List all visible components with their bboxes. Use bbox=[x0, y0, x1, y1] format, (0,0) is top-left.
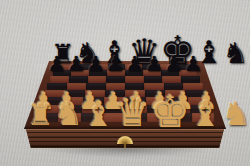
brass-clasp-pin bbox=[124, 144, 126, 148]
square-g6 bbox=[162, 76, 181, 83]
square-h6 bbox=[181, 76, 200, 83]
black-pawn-b7: ♟ bbox=[67, 54, 87, 75]
white-king-e1: ♚ bbox=[150, 89, 190, 133]
black-pawn-h7: ♟ bbox=[184, 54, 204, 75]
black-pawn-a7: ♟ bbox=[47, 54, 67, 75]
white-queen-d1: ♛ bbox=[114, 92, 150, 132]
white-knight-b1: ♞ bbox=[54, 98, 83, 131]
white-bishop-f1: ♝ bbox=[190, 96, 221, 131]
white-bishop-c1: ♝ bbox=[83, 96, 114, 131]
board-rank-6 bbox=[50, 76, 199, 83]
square-b6 bbox=[69, 76, 88, 83]
black-pawn-c7: ♟ bbox=[86, 54, 106, 75]
black-knight-g8: ♞ bbox=[223, 39, 249, 68]
white-rook-a1: ♜ bbox=[27, 100, 54, 130]
black-pawn-rank-row: ♟♟♟♟♟♟♟♟ bbox=[47, 54, 203, 75]
black-rook-h8: ♜ bbox=[248, 41, 250, 67]
black-pawn-e7: ♟ bbox=[125, 54, 145, 75]
square-f6 bbox=[144, 76, 163, 83]
scene: ♜♞♝♛♚♝♞♜ ♟♟♟♟♟♟♟♟ ♟♟♟♟♟♟♟♟ ♜♞♝♛♚♝♞♜ bbox=[0, 0, 250, 166]
square-a6 bbox=[50, 76, 69, 83]
white-back-rank-row: ♜♞♝♛♚♝♞♜ bbox=[27, 86, 223, 130]
square-c6 bbox=[88, 76, 107, 83]
square-e6 bbox=[125, 76, 144, 83]
square-d6 bbox=[106, 76, 125, 83]
black-pawn-f7: ♟ bbox=[145, 54, 165, 75]
white-knight-g1: ♞ bbox=[221, 98, 250, 131]
black-pawn-g7: ♟ bbox=[164, 54, 184, 75]
black-pawn-d7: ♟ bbox=[106, 54, 126, 75]
